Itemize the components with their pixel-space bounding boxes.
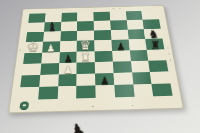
square-g6[interactable] xyxy=(127,29,145,39)
square-b1[interactable] xyxy=(38,86,58,99)
square-f5[interactable]: ♟ xyxy=(111,40,129,51)
square-d8[interactable] xyxy=(77,12,93,22)
border-tick-mark xyxy=(168,47,169,49)
square-e7[interactable] xyxy=(94,21,111,31)
border-tick-mark xyxy=(19,50,20,52)
square-a5[interactable]: ♚ xyxy=(25,42,43,53)
square-f6[interactable] xyxy=(111,30,129,40)
square-c5[interactable] xyxy=(59,41,77,52)
square-e4[interactable] xyxy=(94,51,112,62)
square-d2[interactable] xyxy=(77,73,96,85)
black-rook[interactable]: ♜ xyxy=(147,39,165,51)
square-b7[interactable]: ♝ xyxy=(44,22,61,32)
square-h3[interactable] xyxy=(148,60,168,72)
square-b2[interactable] xyxy=(39,74,58,86)
chess-board: ♝♞♚♟♛♟♜♟♜♟♟ xyxy=(19,10,173,100)
black-pawn[interactable]: ♟ xyxy=(59,53,77,63)
square-c7[interactable] xyxy=(60,22,77,32)
square-d7[interactable] xyxy=(77,21,94,31)
square-d4[interactable]: ♜ xyxy=(77,51,95,62)
square-e5[interactable] xyxy=(94,40,112,51)
black-pawn[interactable]: ♟ xyxy=(112,41,130,51)
square-a3[interactable] xyxy=(22,63,41,75)
border-tick-mark xyxy=(132,105,134,106)
square-d3[interactable] xyxy=(77,62,95,74)
square-a2[interactable] xyxy=(20,75,40,88)
square-c2[interactable] xyxy=(58,74,77,86)
border-tick-mark xyxy=(92,106,94,107)
square-f4[interactable] xyxy=(112,50,131,61)
white-pawn[interactable]: ♟ xyxy=(42,43,60,53)
square-a4[interactable] xyxy=(23,52,42,63)
square-e3[interactable] xyxy=(95,61,114,73)
square-b5[interactable]: ♟ xyxy=(42,42,60,53)
square-e8[interactable] xyxy=(93,12,110,22)
square-h2[interactable] xyxy=(150,71,170,83)
border-tick-mark xyxy=(169,53,170,55)
square-g5[interactable] xyxy=(128,39,147,50)
square-d1[interactable] xyxy=(76,85,95,98)
square-c6[interactable] xyxy=(60,31,77,41)
white-king[interactable]: ♚ xyxy=(24,40,42,54)
square-g8[interactable] xyxy=(125,11,142,21)
square-h1[interactable] xyxy=(152,83,173,96)
square-f7[interactable] xyxy=(110,20,127,30)
square-f3[interactable] xyxy=(113,61,132,73)
square-g3[interactable] xyxy=(130,61,149,73)
square-a1[interactable] xyxy=(19,87,39,100)
square-e6[interactable] xyxy=(94,30,111,40)
square-b6[interactable] xyxy=(43,32,61,42)
square-f8[interactable] xyxy=(109,11,126,21)
square-c8[interactable] xyxy=(61,12,77,22)
square-h4[interactable] xyxy=(147,49,166,60)
square-c3[interactable]: ♟ xyxy=(58,62,76,74)
square-e2[interactable]: ♟ xyxy=(95,73,114,85)
square-g1[interactable] xyxy=(133,84,154,97)
square-b4[interactable] xyxy=(41,52,59,63)
square-e1[interactable] xyxy=(95,85,115,98)
white-pawn[interactable]: ♟ xyxy=(58,64,77,75)
off-board-captured-piece: ♟ xyxy=(68,120,87,133)
square-c4[interactable]: ♟ xyxy=(59,51,77,62)
square-a7[interactable] xyxy=(27,22,45,32)
square-h5[interactable]: ♜ xyxy=(145,39,164,50)
square-g7[interactable] xyxy=(126,20,144,30)
border-tick-mark xyxy=(170,59,171,61)
vendor-logo-icon xyxy=(19,101,29,110)
black-bishop[interactable]: ♝ xyxy=(43,21,60,33)
square-h8[interactable] xyxy=(141,10,159,20)
chess-board-mat: ♝♞♚♟♛♟♜♟♜♟♟ xyxy=(8,5,184,113)
square-g2[interactable] xyxy=(132,72,152,84)
square-c1[interactable] xyxy=(57,86,76,99)
square-g4[interactable] xyxy=(129,50,148,61)
white-rook[interactable]: ♜ xyxy=(77,51,95,63)
black-pawn[interactable]: ♟ xyxy=(95,75,114,86)
square-f2[interactable] xyxy=(113,72,133,84)
border-tick-mark xyxy=(113,8,115,9)
square-f1[interactable] xyxy=(114,84,134,97)
table-photo-background: ♝♞♚♟♛♟♜♟♜♟♟ ♟ xyxy=(0,0,200,133)
square-b3[interactable] xyxy=(40,63,59,75)
border-tick-mark xyxy=(119,8,121,9)
